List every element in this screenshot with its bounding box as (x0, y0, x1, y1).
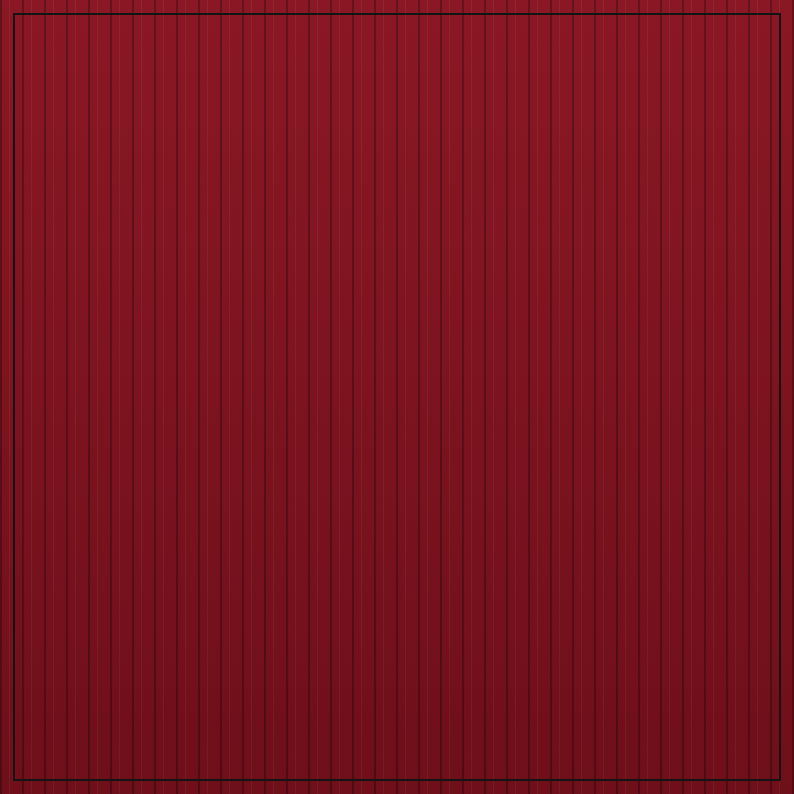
chess-board-frame (0, 0, 794, 794)
chess-board (13, 13, 781, 781)
